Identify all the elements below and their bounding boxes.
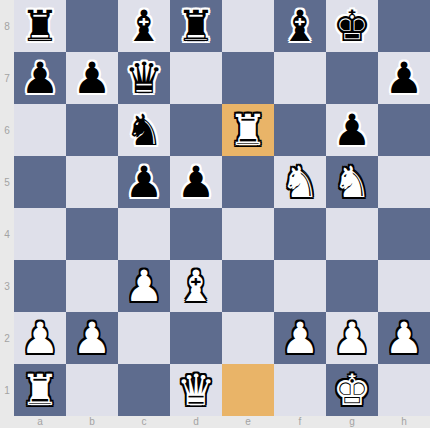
square-g5[interactable]: ♞ [326, 156, 378, 208]
square-a8[interactable]: ♜ [14, 0, 66, 52]
square-b8[interactable] [66, 0, 118, 52]
square-e5[interactable] [222, 156, 274, 208]
square-c7[interactable]: ♛ [118, 52, 170, 104]
square-b3[interactable] [66, 260, 118, 312]
square-e1[interactable] [222, 364, 274, 416]
square-h8[interactable] [378, 0, 430, 52]
square-h5[interactable] [378, 156, 430, 208]
square-g7[interactable] [326, 52, 378, 104]
rank-label-4: 4 [0, 208, 14, 260]
square-f8[interactable]: ♝ [274, 0, 326, 52]
square-e6[interactable]: ♜ [222, 104, 274, 156]
square-f7[interactable] [274, 52, 326, 104]
square-c8[interactable]: ♝ [118, 0, 170, 52]
square-c6[interactable]: ♞ [118, 104, 170, 156]
square-f2[interactable]: ♟ [274, 312, 326, 364]
piece-black-pawn[interactable]: ♟ [170, 156, 222, 208]
square-f5[interactable]: ♞ [274, 156, 326, 208]
square-c1[interactable] [118, 364, 170, 416]
rank-label-2: 2 [0, 312, 14, 364]
square-e8[interactable] [222, 0, 274, 52]
square-d4[interactable] [170, 208, 222, 260]
square-b2[interactable]: ♟ [66, 312, 118, 364]
square-g6[interactable]: ♟ [326, 104, 378, 156]
square-e4[interactable] [222, 208, 274, 260]
square-g8[interactable]: ♚ [326, 0, 378, 52]
square-c2[interactable] [118, 312, 170, 364]
square-c3[interactable]: ♟ [118, 260, 170, 312]
square-b1[interactable] [66, 364, 118, 416]
square-f3[interactable] [274, 260, 326, 312]
square-g4[interactable] [326, 208, 378, 260]
square-c4[interactable] [118, 208, 170, 260]
square-a3[interactable] [14, 260, 66, 312]
piece-black-rook[interactable]: ♜ [14, 0, 66, 52]
square-a6[interactable] [14, 104, 66, 156]
piece-white-pawn[interactable]: ♟ [326, 312, 378, 364]
file-label-f: f [274, 416, 326, 428]
square-f6[interactable] [274, 104, 326, 156]
piece-black-pawn[interactable]: ♟ [118, 156, 170, 208]
piece-black-pawn[interactable]: ♟ [378, 52, 430, 104]
piece-black-pawn[interactable]: ♟ [326, 104, 378, 156]
piece-black-king[interactable]: ♚ [326, 0, 378, 52]
square-h7[interactable]: ♟ [378, 52, 430, 104]
chess-board: ♜♝♜♝♚♟♟♛♟♞♜♟♟♟♞♞♟♝♟♟♟♟♟♜♛♚ [14, 0, 430, 416]
piece-white-pawn[interactable]: ♟ [118, 260, 170, 312]
square-a7[interactable]: ♟ [14, 52, 66, 104]
file-label-a: a [14, 416, 66, 428]
rank-label-1: 1 [0, 364, 14, 416]
square-g2[interactable]: ♟ [326, 312, 378, 364]
square-d8[interactable]: ♜ [170, 0, 222, 52]
file-labels: abcdefgh [14, 416, 430, 428]
chess-board-container: 87654321 ♜♝♜♝♚♟♟♛♟♞♜♟♟♟♞♞♟♝♟♟♟♟♟♜♛♚ abcd… [0, 0, 430, 428]
piece-white-pawn[interactable]: ♟ [14, 312, 66, 364]
square-h6[interactable] [378, 104, 430, 156]
rank-labels: 87654321 [0, 0, 14, 416]
piece-white-bishop[interactable]: ♝ [170, 260, 222, 312]
piece-white-pawn[interactable]: ♟ [66, 312, 118, 364]
square-d6[interactable] [170, 104, 222, 156]
square-b7[interactable]: ♟ [66, 52, 118, 104]
square-e2[interactable] [222, 312, 274, 364]
square-f4[interactable] [274, 208, 326, 260]
file-label-h: h [378, 416, 430, 428]
piece-white-knight[interactable]: ♞ [274, 156, 326, 208]
piece-black-knight[interactable]: ♞ [118, 104, 170, 156]
file-label-d: d [170, 416, 222, 428]
piece-black-rook[interactable]: ♜ [170, 0, 222, 52]
rank-label-6: 6 [0, 104, 14, 156]
piece-white-knight[interactable]: ♞ [326, 156, 378, 208]
square-a1[interactable]: ♜ [14, 364, 66, 416]
square-a4[interactable] [14, 208, 66, 260]
file-label-c: c [118, 416, 170, 428]
rank-label-7: 7 [0, 52, 14, 104]
file-label-g: g [326, 416, 378, 428]
square-h1[interactable] [378, 364, 430, 416]
rank-label-8: 8 [0, 0, 14, 52]
piece-white-pawn[interactable]: ♟ [274, 312, 326, 364]
square-f1[interactable] [274, 364, 326, 416]
piece-black-pawn[interactable]: ♟ [14, 52, 66, 104]
square-b4[interactable] [66, 208, 118, 260]
piece-white-rook[interactable]: ♜ [222, 104, 274, 156]
piece-black-pawn[interactable]: ♟ [66, 52, 118, 104]
piece-black-bishop[interactable]: ♝ [118, 0, 170, 52]
square-h3[interactable] [378, 260, 430, 312]
square-d3[interactable]: ♝ [170, 260, 222, 312]
piece-black-bishop[interactable]: ♝ [274, 0, 326, 52]
piece-white-rook[interactable]: ♜ [14, 364, 66, 416]
square-g1[interactable]: ♚ [326, 364, 378, 416]
square-g3[interactable] [326, 260, 378, 312]
square-e3[interactable] [222, 260, 274, 312]
file-label-b: b [66, 416, 118, 428]
square-b5[interactable] [66, 156, 118, 208]
square-b6[interactable] [66, 104, 118, 156]
square-e7[interactable] [222, 52, 274, 104]
file-label-e: e [222, 416, 274, 428]
rank-label-3: 3 [0, 260, 14, 312]
rank-label-5: 5 [0, 156, 14, 208]
square-h4[interactable] [378, 208, 430, 260]
square-d7[interactable] [170, 52, 222, 104]
square-d2[interactable] [170, 312, 222, 364]
square-a5[interactable] [14, 156, 66, 208]
piece-white-queen[interactable]: ♛ [170, 364, 222, 416]
square-a2[interactable]: ♟ [14, 312, 66, 364]
square-d5[interactable]: ♟ [170, 156, 222, 208]
square-h2[interactable]: ♟ [378, 312, 430, 364]
square-d1[interactable]: ♛ [170, 364, 222, 416]
piece-white-king[interactable]: ♚ [326, 364, 378, 416]
square-c5[interactable]: ♟ [118, 156, 170, 208]
piece-black-queen[interactable]: ♛ [118, 52, 170, 104]
piece-white-pawn[interactable]: ♟ [378, 312, 430, 364]
